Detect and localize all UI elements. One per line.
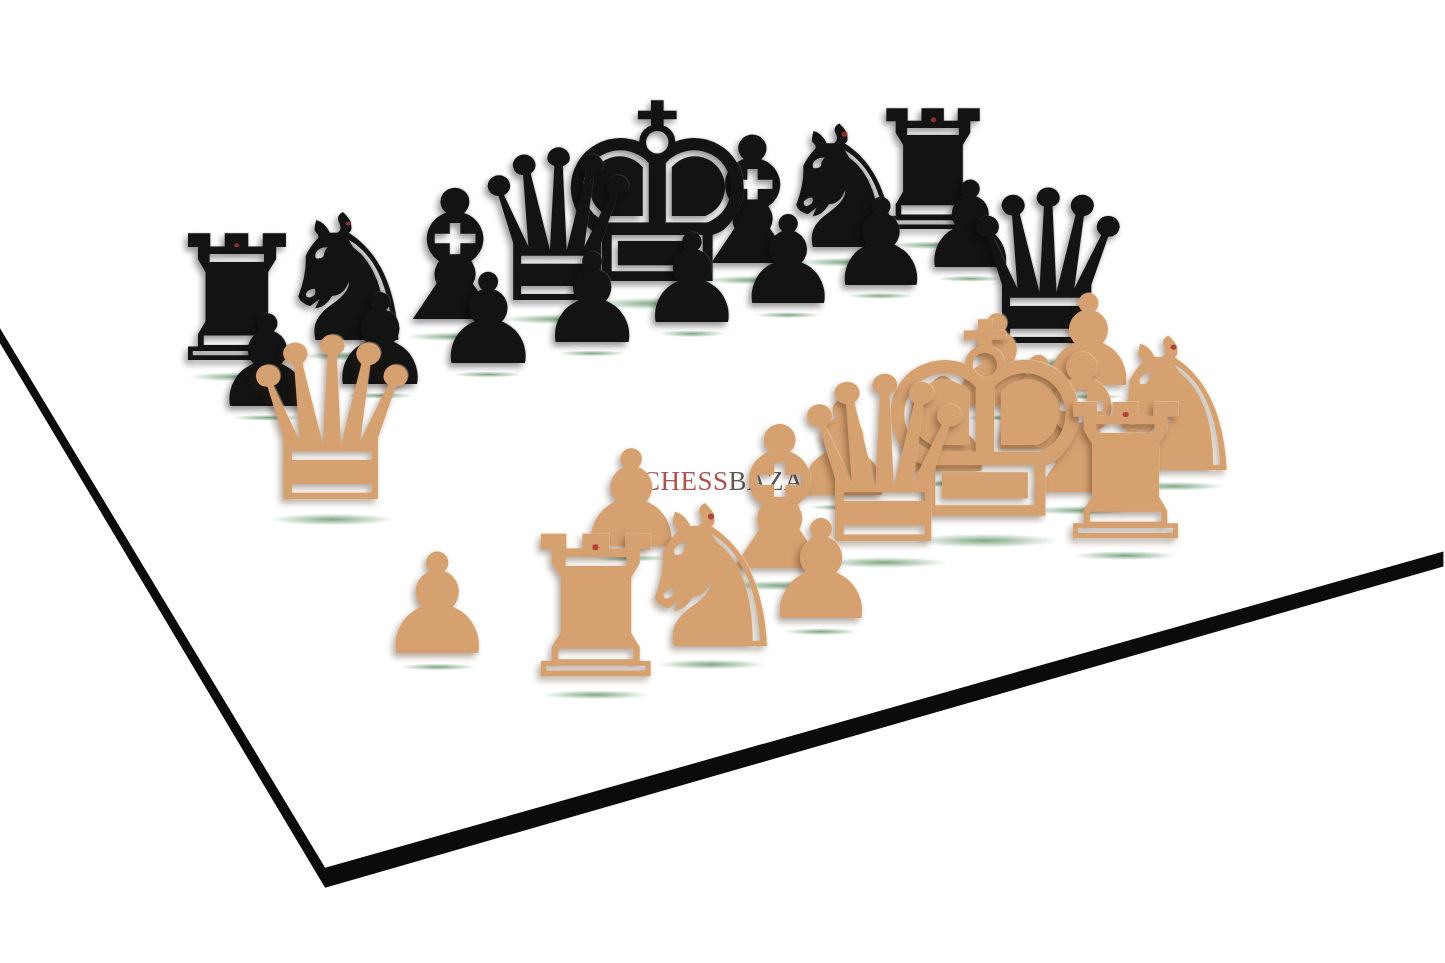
piece-black-pawn-e7[interactable]: ♟ [637, 218, 747, 341]
piece-white-pawn-a2[interactable]: ♟ [375, 536, 500, 675]
piece-white-rook-g1[interactable]: ♜ [1042, 381, 1209, 567]
piece-black-pawn-c7[interactable]: ♟ [432, 257, 544, 382]
piece-black-pawn-f7[interactable]: ♟ [734, 200, 843, 322]
piece-white-rook-b1[interactable]: ♜ [508, 512, 683, 707]
piece-black-pawn-d7[interactable]: ♟ [536, 237, 647, 361]
chessboard-product-photo: CHESSBAZAAR® ♜♞♝♛♚♝♞♜♟♟♟♟♟♟♟♟♛♛♟♟♟♟♟♟♟♝♛… [0, 0, 1445, 963]
piece-white-queen-a5[interactable]: ♛ [231, 308, 433, 533]
